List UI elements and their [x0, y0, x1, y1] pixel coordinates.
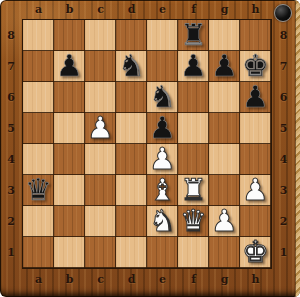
- square-a3[interactable]: ♛: [23, 175, 54, 206]
- white-rook-icon: ♜: [180, 175, 207, 205]
- square-h3[interactable]: ♟: [240, 175, 271, 206]
- rank-label-right-8: 8: [272, 20, 295, 51]
- square-a1[interactable]: [23, 237, 54, 268]
- square-f4[interactable]: [178, 144, 209, 175]
- white-bishop-icon: ♝: [149, 175, 176, 205]
- file-label-bottom-b: b: [54, 268, 85, 290]
- square-e4[interactable]: ♟: [147, 144, 178, 175]
- file-label-bottom-e: e: [147, 268, 178, 290]
- white-knight-icon: ♞: [149, 206, 176, 236]
- file-label-top-h: h: [240, 0, 271, 18]
- square-b8[interactable]: [54, 20, 85, 51]
- rank-label-left-7: 7: [0, 51, 22, 82]
- square-b4[interactable]: [54, 144, 85, 175]
- rank-label-right-2: 2: [272, 206, 295, 237]
- square-c1[interactable]: [85, 237, 116, 268]
- square-a5[interactable]: [23, 113, 54, 144]
- black-to-move-indicator: [274, 4, 292, 22]
- square-c2[interactable]: [85, 206, 116, 237]
- square-e3[interactable]: ♝: [147, 175, 178, 206]
- square-d7[interactable]: ♞: [116, 51, 147, 82]
- chess-board-frame: abcdefgh abcdefgh 87654321 87654321 ♜♟♞♟…: [0, 0, 300, 297]
- square-c7[interactable]: [85, 51, 116, 82]
- rank-label-left-6: 6: [0, 82, 22, 113]
- black-knight-icon: ♞: [118, 51, 145, 81]
- square-f8[interactable]: ♜: [178, 20, 209, 51]
- file-label-top-c: c: [85, 0, 116, 18]
- rank-label-left-2: 2: [0, 206, 22, 237]
- square-c3[interactable]: [85, 175, 116, 206]
- black-pawn-icon: ♟: [56, 51, 83, 81]
- frame-carved-edge: [295, 0, 300, 297]
- square-b3[interactable]: [54, 175, 85, 206]
- rank-label-right-1: 1: [272, 237, 295, 268]
- rank-labels-right: 87654321: [272, 20, 295, 268]
- file-label-top-a: a: [23, 0, 54, 18]
- white-king-icon: ♚: [242, 237, 269, 267]
- square-b1[interactable]: [54, 237, 85, 268]
- square-h7[interactable]: ♚: [240, 51, 271, 82]
- square-h5[interactable]: [240, 113, 271, 144]
- file-label-top-e: e: [147, 0, 178, 18]
- square-c8[interactable]: [85, 20, 116, 51]
- square-d3[interactable]: [116, 175, 147, 206]
- file-label-bottom-c: c: [85, 268, 116, 290]
- square-h2[interactable]: [240, 206, 271, 237]
- square-g8[interactable]: [209, 20, 240, 51]
- square-f6[interactable]: [178, 82, 209, 113]
- square-c5[interactable]: ♟: [85, 113, 116, 144]
- file-labels-bottom: abcdefgh: [23, 268, 271, 290]
- rank-label-right-3: 3: [272, 175, 295, 206]
- square-a6[interactable]: [23, 82, 54, 113]
- file-label-bottom-h: h: [240, 268, 271, 290]
- square-e5[interactable]: ♟: [147, 113, 178, 144]
- square-h8[interactable]: [240, 20, 271, 51]
- square-a4[interactable]: [23, 144, 54, 175]
- square-b2[interactable]: [54, 206, 85, 237]
- rank-label-right-6: 6: [272, 82, 295, 113]
- white-pawn-icon: ♟: [211, 206, 238, 236]
- square-a8[interactable]: [23, 20, 54, 51]
- square-d1[interactable]: [116, 237, 147, 268]
- square-f1[interactable]: [178, 237, 209, 268]
- file-label-bottom-d: d: [116, 268, 147, 290]
- square-e8[interactable]: [147, 20, 178, 51]
- square-g3[interactable]: [209, 175, 240, 206]
- square-f3[interactable]: ♜: [178, 175, 209, 206]
- rank-label-right-5: 5: [272, 113, 295, 144]
- rank-label-left-5: 5: [0, 113, 22, 144]
- file-label-bottom-a: a: [23, 268, 54, 290]
- square-d6[interactable]: [116, 82, 147, 113]
- square-c6[interactable]: [85, 82, 116, 113]
- rank-label-left-1: 1: [0, 237, 22, 268]
- file-label-top-g: g: [209, 0, 240, 18]
- file-label-top-d: d: [116, 0, 147, 18]
- square-b5[interactable]: [54, 113, 85, 144]
- black-king-icon: ♚: [242, 51, 269, 81]
- rank-labels-left: 87654321: [0, 20, 22, 268]
- file-labels-top: abcdefgh: [23, 0, 271, 18]
- rank-label-right-7: 7: [272, 51, 295, 82]
- square-d5[interactable]: [116, 113, 147, 144]
- white-queen-icon: ♛: [180, 206, 207, 236]
- square-g7[interactable]: ♟: [209, 51, 240, 82]
- rank-label-left-3: 3: [0, 175, 22, 206]
- black-knight-icon: ♞: [149, 82, 176, 112]
- black-rook-icon: ♜: [180, 20, 207, 50]
- file-label-bottom-g: g: [209, 268, 240, 290]
- square-g4[interactable]: [209, 144, 240, 175]
- square-a7[interactable]: [23, 51, 54, 82]
- square-g2[interactable]: ♟: [209, 206, 240, 237]
- square-g1[interactable]: [209, 237, 240, 268]
- square-d8[interactable]: [116, 20, 147, 51]
- square-h4[interactable]: [240, 144, 271, 175]
- square-c4[interactable]: [85, 144, 116, 175]
- square-f2[interactable]: ♛: [178, 206, 209, 237]
- white-pawn-icon: ♟: [87, 113, 114, 143]
- square-b7[interactable]: ♟: [54, 51, 85, 82]
- black-pawn-icon: ♟: [242, 82, 269, 112]
- rank-label-left-8: 8: [0, 20, 22, 51]
- square-f5[interactable]: [178, 113, 209, 144]
- file-label-top-b: b: [54, 0, 85, 18]
- file-label-bottom-f: f: [178, 268, 209, 290]
- rank-label-left-4: 4: [0, 144, 22, 175]
- square-g5[interactable]: [209, 113, 240, 144]
- black-pawn-icon: ♟: [149, 113, 176, 143]
- square-h1[interactable]: ♚: [240, 237, 271, 268]
- square-h6[interactable]: ♟: [240, 82, 271, 113]
- black-pawn-icon: ♟: [180, 51, 207, 81]
- file-label-top-f: f: [178, 0, 209, 18]
- square-e1[interactable]: [147, 237, 178, 268]
- rank-label-right-4: 4: [272, 144, 295, 175]
- black-queen-icon: ♛: [25, 175, 52, 205]
- square-d2[interactable]: [116, 206, 147, 237]
- square-e6[interactable]: ♞: [147, 82, 178, 113]
- white-pawn-icon: ♟: [242, 175, 269, 205]
- square-e7[interactable]: [147, 51, 178, 82]
- square-g6[interactable]: [209, 82, 240, 113]
- black-pawn-icon: ♟: [211, 51, 238, 81]
- square-e2[interactable]: ♞: [147, 206, 178, 237]
- square-d4[interactable]: [116, 144, 147, 175]
- square-f7[interactable]: ♟: [178, 51, 209, 82]
- chess-board: ♜♟♞♟♟♚♞♟♟♟♟♛♝♜♟♞♛♟♚: [22, 19, 272, 269]
- square-b6[interactable]: [54, 82, 85, 113]
- square-a2[interactable]: [23, 206, 54, 237]
- white-pawn-icon: ♟: [149, 144, 176, 174]
